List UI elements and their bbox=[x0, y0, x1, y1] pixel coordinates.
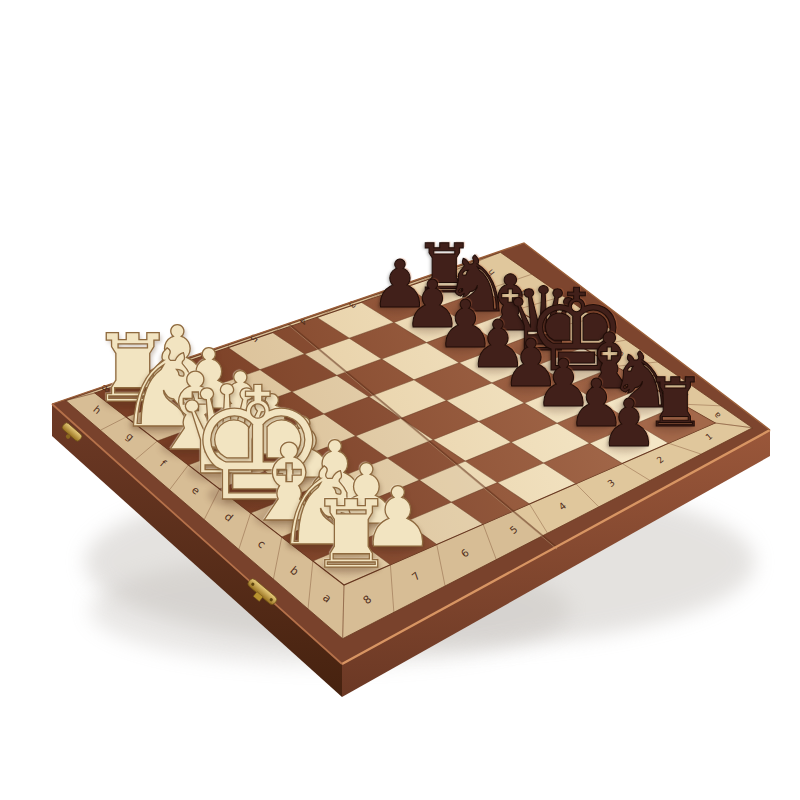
piece-black-pawn-a2[interactable]: ♟ bbox=[596, 391, 662, 457]
chess-set-photo: hh88gg77ff66ee55dd44cc33bb22aa11 ♜♟♞♟♝♟♛… bbox=[0, 0, 800, 800]
piece-white-rook-a8[interactable]: ♜ bbox=[305, 488, 399, 582]
